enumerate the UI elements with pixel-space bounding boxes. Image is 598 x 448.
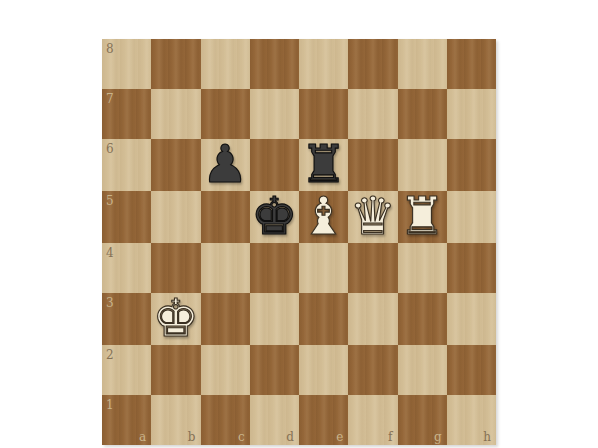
black-pawn[interactable]: ♟ bbox=[202, 138, 249, 190]
square-f3[interactable] bbox=[348, 293, 397, 345]
white-king[interactable]: ♚ bbox=[153, 292, 200, 344]
square-f1[interactable]: f bbox=[348, 395, 397, 445]
file-label-a: a bbox=[139, 431, 146, 443]
square-b8[interactable] bbox=[151, 39, 200, 89]
square-e4[interactable] bbox=[299, 243, 348, 293]
rank-label-3: 3 bbox=[106, 297, 114, 309]
chess-board: 876♟♜5♚♝♛♜43♚21abcdefgh bbox=[102, 39, 496, 445]
square-c4[interactable] bbox=[201, 243, 250, 293]
square-c6[interactable]: ♟ bbox=[201, 139, 250, 191]
file-label-e: e bbox=[336, 431, 343, 443]
square-a3[interactable]: 3 bbox=[102, 293, 151, 345]
square-g1[interactable]: g bbox=[398, 395, 447, 445]
square-f8[interactable] bbox=[348, 39, 397, 89]
square-g5[interactable]: ♜ bbox=[398, 191, 447, 243]
square-c5[interactable] bbox=[201, 191, 250, 243]
square-f5[interactable]: ♛ bbox=[348, 191, 397, 243]
file-label-h: h bbox=[483, 431, 491, 443]
square-h8[interactable] bbox=[447, 39, 496, 89]
square-h6[interactable] bbox=[447, 139, 496, 191]
square-h2[interactable] bbox=[447, 345, 496, 395]
square-a6[interactable]: 6 bbox=[102, 139, 151, 191]
square-f2[interactable] bbox=[348, 345, 397, 395]
square-c8[interactable] bbox=[201, 39, 250, 89]
square-d6[interactable] bbox=[250, 139, 299, 191]
square-g6[interactable] bbox=[398, 139, 447, 191]
square-f6[interactable] bbox=[348, 139, 397, 191]
page-background: 876♟♜5♚♝♛♜43♚21abcdefgh bbox=[0, 0, 598, 448]
square-d1[interactable]: d bbox=[250, 395, 299, 445]
file-label-c: c bbox=[238, 431, 245, 443]
square-b5[interactable] bbox=[151, 191, 200, 243]
square-c7[interactable] bbox=[201, 89, 250, 139]
square-b3[interactable]: ♚ bbox=[151, 293, 200, 345]
square-g4[interactable] bbox=[398, 243, 447, 293]
square-a4[interactable]: 4 bbox=[102, 243, 151, 293]
file-label-f: f bbox=[388, 431, 392, 443]
square-g7[interactable] bbox=[398, 89, 447, 139]
square-a5[interactable]: 5 bbox=[102, 191, 151, 243]
square-e6[interactable]: ♜ bbox=[299, 139, 348, 191]
square-d2[interactable] bbox=[250, 345, 299, 395]
square-g3[interactable] bbox=[398, 293, 447, 345]
square-a1[interactable]: 1a bbox=[102, 395, 151, 445]
white-bishop[interactable]: ♝ bbox=[300, 190, 347, 242]
square-f4[interactable] bbox=[348, 243, 397, 293]
square-b4[interactable] bbox=[151, 243, 200, 293]
square-b1[interactable]: b bbox=[151, 395, 200, 445]
square-c3[interactable] bbox=[201, 293, 250, 345]
square-c1[interactable]: c bbox=[201, 395, 250, 445]
square-g8[interactable] bbox=[398, 39, 447, 89]
square-h5[interactable] bbox=[447, 191, 496, 243]
square-e1[interactable]: e bbox=[299, 395, 348, 445]
black-king[interactable]: ♚ bbox=[251, 190, 298, 242]
square-e7[interactable] bbox=[299, 89, 348, 139]
square-b6[interactable] bbox=[151, 139, 200, 191]
square-a2[interactable]: 2 bbox=[102, 345, 151, 395]
square-a7[interactable]: 7 bbox=[102, 89, 151, 139]
square-d4[interactable] bbox=[250, 243, 299, 293]
rank-label-8: 8 bbox=[106, 43, 114, 55]
white-queen[interactable]: ♛ bbox=[350, 190, 397, 242]
file-label-g: g bbox=[434, 431, 442, 443]
rank-label-1: 1 bbox=[106, 399, 114, 411]
white-rook[interactable]: ♜ bbox=[399, 190, 446, 242]
rank-label-5: 5 bbox=[106, 195, 114, 207]
square-d8[interactable] bbox=[250, 39, 299, 89]
square-d7[interactable] bbox=[250, 89, 299, 139]
square-c2[interactable] bbox=[201, 345, 250, 395]
square-e5[interactable]: ♝ bbox=[299, 191, 348, 243]
square-g2[interactable] bbox=[398, 345, 447, 395]
square-d3[interactable] bbox=[250, 293, 299, 345]
rank-label-4: 4 bbox=[106, 247, 114, 259]
square-d5[interactable]: ♚ bbox=[250, 191, 299, 243]
square-e3[interactable] bbox=[299, 293, 348, 345]
square-b2[interactable] bbox=[151, 345, 200, 395]
file-label-d: d bbox=[286, 431, 294, 443]
square-e2[interactable] bbox=[299, 345, 348, 395]
square-f7[interactable] bbox=[348, 89, 397, 139]
square-h1[interactable]: h bbox=[447, 395, 496, 445]
rank-label-2: 2 bbox=[106, 349, 114, 361]
black-rook[interactable]: ♜ bbox=[300, 138, 347, 190]
square-h4[interactable] bbox=[447, 243, 496, 293]
rank-label-6: 6 bbox=[106, 143, 114, 155]
rank-label-7: 7 bbox=[106, 93, 114, 105]
file-label-b: b bbox=[188, 431, 196, 443]
square-h3[interactable] bbox=[447, 293, 496, 345]
square-e8[interactable] bbox=[299, 39, 348, 89]
square-h7[interactable] bbox=[447, 89, 496, 139]
square-b7[interactable] bbox=[151, 89, 200, 139]
square-a8[interactable]: 8 bbox=[102, 39, 151, 89]
